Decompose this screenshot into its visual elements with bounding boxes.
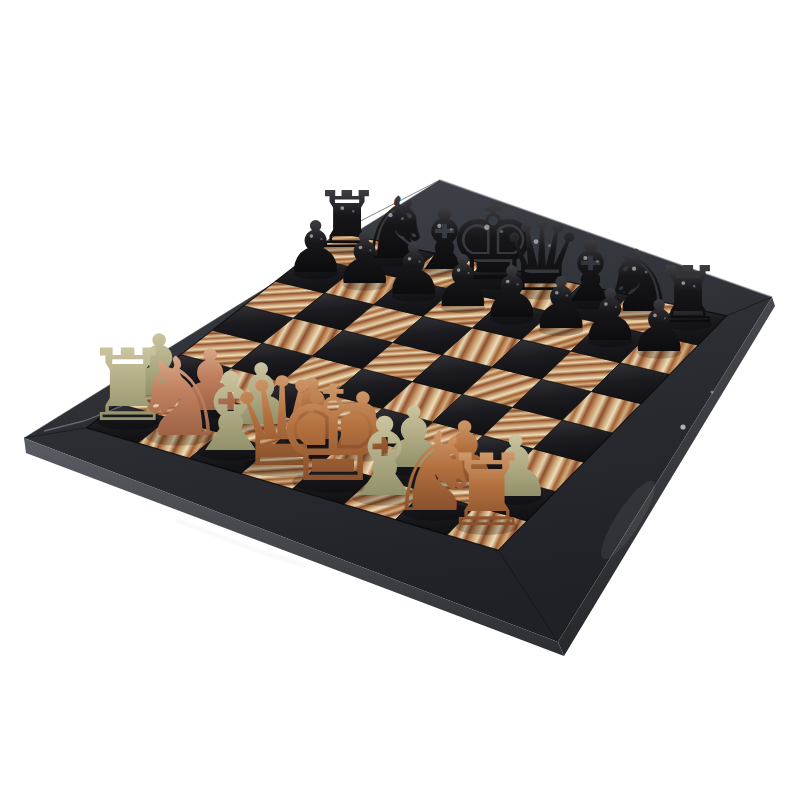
specular-highlight: [506, 280, 510, 284]
specular-highlight: [320, 238, 322, 240]
specular-highlight: [468, 272, 470, 274]
marble-speck: [680, 424, 685, 429]
specular-highlight: [517, 283, 519, 285]
specular-highlight: [418, 261, 420, 263]
specular-highlight: [310, 234, 314, 238]
specular-highlight: [484, 225, 489, 230]
piece-black-pawn-h7: ♟: [627, 285, 691, 368]
specular-highlight: [693, 285, 695, 287]
specular-highlight: [408, 257, 412, 261]
specular-highlight: [664, 317, 666, 319]
specular-highlight: [534, 239, 539, 244]
piece-glyph-pawn: ♟: [627, 285, 691, 368]
specular-highlight: [369, 249, 371, 251]
specular-highlight: [352, 210, 354, 212]
specular-highlight: [653, 314, 657, 318]
marble-speck: [711, 391, 714, 394]
specular-highlight: [437, 224, 441, 228]
specular-highlight: [555, 291, 559, 295]
specular-highlight: [457, 268, 461, 272]
piece-white-rook-h1: ♜: [442, 433, 531, 548]
specular-highlight: [645, 271, 648, 274]
specular-highlight: [596, 260, 599, 263]
specular-highlight: [548, 244, 551, 247]
piece-glyph-rook: ♜: [442, 433, 531, 548]
specular-highlight: [615, 306, 617, 308]
specular-highlight: [632, 267, 636, 271]
photo-canvas: ♜♞♝♟♚♟♛♟♝♟♞♟♜♟♟♟♟♟♜♟♞♟♝♟♛♟♚♟♝♟♞♜: [0, 0, 800, 800]
specular-highlight: [359, 246, 363, 250]
specular-highlight: [604, 302, 608, 306]
chess-set-photo: ♜♞♝♟♚♟♛♟♝♟♞♟♜♟♟♟♟♟♜♟♞♟♝♟♛♟♚♟♝♟♞♜: [0, 0, 800, 800]
specular-highlight: [401, 217, 404, 220]
specular-highlight: [583, 256, 587, 260]
specular-highlight: [566, 295, 568, 297]
